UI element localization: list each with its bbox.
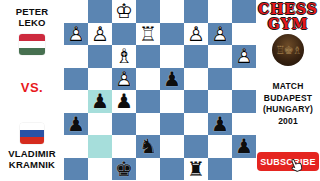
brand-line1: CHESS: [256, 2, 320, 17]
player-top-name: PETER LEKO: [0, 6, 64, 28]
square-h8: [64, 158, 88, 181]
square-f8: ♚: [112, 158, 136, 181]
event-line-4: 2001: [256, 116, 320, 128]
player-top-last-name: LEKO: [0, 17, 64, 28]
player-bottom-last-name: KRAMNIK: [0, 159, 64, 170]
square-f7: [112, 135, 136, 158]
white-pawn: ♟: [232, 45, 256, 68]
square-a8: [232, 158, 256, 181]
square-f2: [112, 23, 136, 46]
square-f6: [112, 113, 136, 136]
square-g5: ♟: [88, 90, 112, 113]
square-g2: ♟♙: [88, 23, 112, 46]
square-c8: ♜: [184, 158, 208, 181]
square-e8: [136, 158, 160, 181]
black-pawn: ♟: [208, 113, 232, 136]
square-e3: [136, 45, 160, 68]
russia-flag: [20, 123, 44, 144]
white-pawn-outline: ♙: [208, 23, 232, 46]
black-pawn: ♟: [160, 68, 184, 91]
black-pawn: ♟: [64, 113, 88, 136]
subscribe-label: SUBSCRIBE: [260, 157, 316, 167]
square-h3: [64, 45, 88, 68]
square-a6: [232, 113, 256, 136]
square-f4: ♟♙: [112, 68, 136, 91]
white-pawn: ♟: [208, 23, 232, 46]
event-line-3: (HUNGARY): [256, 104, 320, 116]
black-rook: ♜: [184, 158, 208, 181]
square-b4: [208, 68, 232, 91]
square-a3: ♟♙: [232, 45, 256, 68]
left-panel: PETER LEKO VS. VLADIMIR KRAMNIK: [0, 0, 64, 180]
white-king-outline: ♔: [112, 0, 136, 23]
white-pawn-outline: ♙: [184, 23, 208, 46]
square-e6: [136, 113, 160, 136]
square-d6: [160, 113, 184, 136]
square-d2: [160, 23, 184, 46]
event-line-2: BUDAPEST: [256, 93, 320, 105]
right-panel: CHESS GYM ♖♚♗ MATCH BUDAPEST (HUNGARY) 2…: [256, 0, 320, 180]
white-pawn-outline: ♙: [112, 68, 136, 91]
brand-logo-text: CHESS GYM: [256, 2, 320, 32]
square-g4: [88, 68, 112, 91]
black-pawn: ♟: [232, 135, 256, 158]
square-g3: [88, 45, 112, 68]
square-b2: ♟♙: [208, 23, 232, 46]
square-e4: [136, 68, 160, 91]
square-d7: [160, 135, 184, 158]
chess-pieces-logo-icon: ♖♚♗: [272, 34, 304, 66]
square-f5: ♟: [112, 90, 136, 113]
square-h7: [64, 135, 88, 158]
square-g1: [88, 0, 112, 23]
square-d8: [160, 158, 184, 181]
black-pawn: ♟: [88, 90, 112, 113]
white-bishop: ♝: [112, 45, 136, 68]
white-pawn: ♟: [112, 68, 136, 91]
square-d5: [160, 90, 184, 113]
square-c7: [184, 135, 208, 158]
chess-board: ♚♔♟♙♟♙♜♖♟♙♟♙♝♗♟♙♟♙♟♟♟♟♟♞♟♚♜: [64, 0, 256, 180]
square-c4: [184, 68, 208, 91]
square-d4: ♟: [160, 68, 184, 91]
square-h1: [64, 0, 88, 23]
square-c5: [184, 90, 208, 113]
square-b8: [208, 158, 232, 181]
square-a1: [232, 0, 256, 23]
square-a2: [232, 23, 256, 46]
square-h2: ♟♙: [64, 23, 88, 46]
square-d3: [160, 45, 184, 68]
hungary-flag: [19, 34, 45, 55]
subscribe-button[interactable]: SUBSCRIBE: [257, 152, 319, 171]
player-bottom-name: VLADIMIR KRAMNIK: [0, 148, 64, 170]
white-bishop-outline: ♗: [112, 45, 136, 68]
white-king: ♚: [112, 0, 136, 23]
black-pawn: ♟: [112, 90, 136, 113]
white-pawn-outline: ♙: [232, 45, 256, 68]
white-pawn: ♟: [184, 23, 208, 46]
square-e1: [136, 0, 160, 23]
square-b5: [208, 90, 232, 113]
square-b1: [208, 0, 232, 23]
square-d1: [160, 0, 184, 23]
square-a5: [232, 90, 256, 113]
player-top-first-name: PETER: [0, 6, 64, 17]
black-knight: ♞: [136, 135, 160, 158]
square-c3: [184, 45, 208, 68]
square-h6: ♟: [64, 113, 88, 136]
player-bottom-first-name: VLADIMIR: [0, 148, 64, 159]
event-line-1: MATCH: [256, 81, 320, 93]
square-a7: ♟: [232, 135, 256, 158]
square-g6: [88, 113, 112, 136]
square-c2: ♟♙: [184, 23, 208, 46]
white-pawn-outline: ♙: [88, 23, 112, 46]
square-e5: [136, 90, 160, 113]
square-b3: [208, 45, 232, 68]
square-c6: [184, 113, 208, 136]
square-h4: [64, 68, 88, 91]
square-f3: ♝♗: [112, 45, 136, 68]
versus-label: VS.: [0, 80, 64, 95]
white-pawn-outline: ♙: [64, 23, 88, 46]
square-g7: [88, 135, 112, 158]
square-e2: ♜♖: [136, 23, 160, 46]
square-a4: [232, 68, 256, 91]
black-king: ♚: [112, 158, 136, 181]
square-f1: ♚♔: [112, 0, 136, 23]
square-b7: [208, 135, 232, 158]
white-rook-outline: ♖: [136, 23, 160, 46]
white-rook: ♜: [136, 23, 160, 46]
square-c1: [184, 0, 208, 23]
event-description: MATCH BUDAPEST (HUNGARY) 2001: [256, 81, 320, 127]
white-pawn: ♟: [88, 23, 112, 46]
square-e7: ♞: [136, 135, 160, 158]
thumbnail: PETER LEKO VS. VLADIMIR KRAMNIK ♚♔♟♙♟♙♜♖…: [0, 0, 320, 180]
brand-line2: GYM: [256, 17, 320, 32]
square-h5: [64, 90, 88, 113]
square-b6: ♟: [208, 113, 232, 136]
square-g8: [88, 158, 112, 181]
white-pawn: ♟: [64, 23, 88, 46]
